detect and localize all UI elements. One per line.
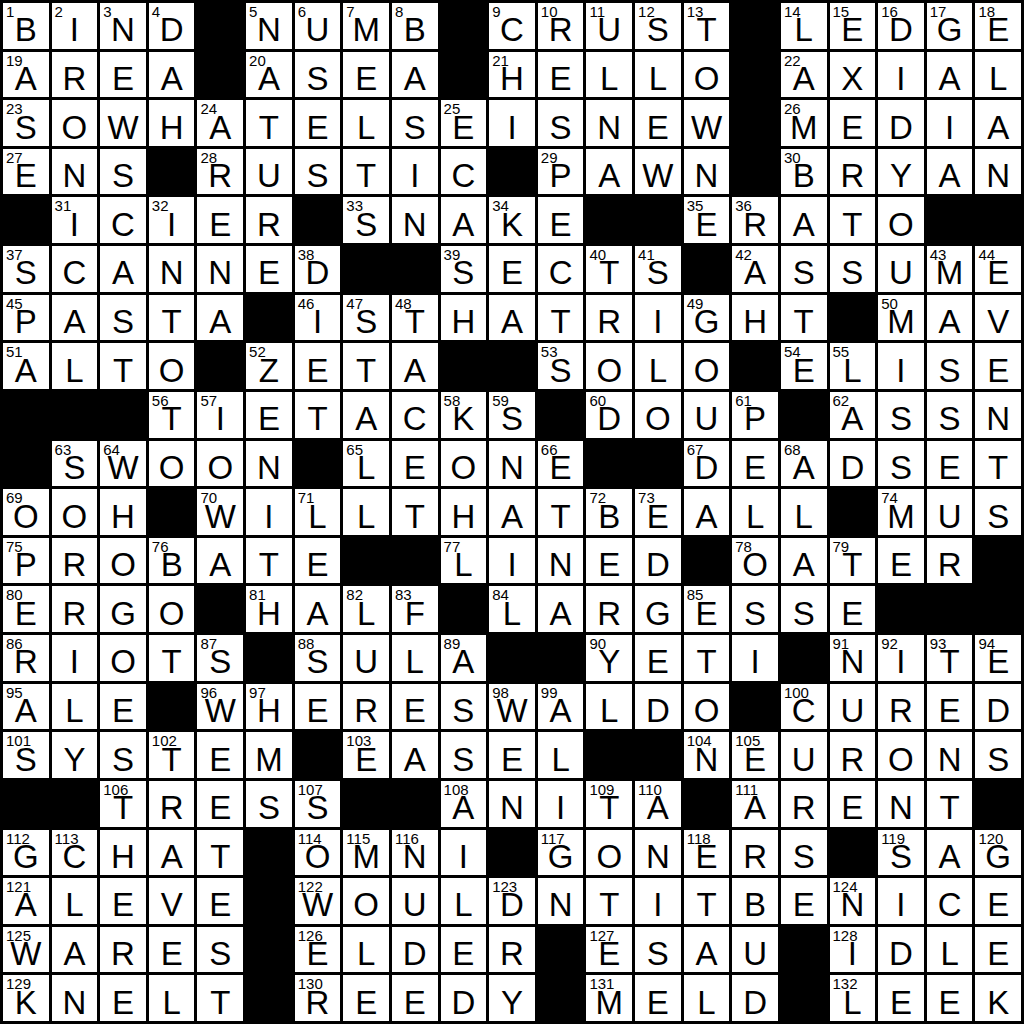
letter-cell[interactable]: L (927, 927, 973, 973)
letter-cell[interactable]: 20A (246, 52, 292, 98)
letter-cell[interactable]: 27E (3, 149, 49, 195)
letter-cell[interactable]: U (684, 392, 730, 438)
letter-cell[interactable]: 24A (197, 100, 243, 146)
letter-cell[interactable]: A (684, 927, 730, 973)
letter-cell[interactable]: A (149, 830, 195, 876)
letter-cell[interactable]: R (830, 732, 876, 778)
letter-cell[interactable]: E (149, 927, 195, 973)
letter-cell[interactable]: 58K (441, 392, 487, 438)
letter-cell[interactable]: 109T (586, 781, 632, 827)
letter-cell[interactable]: T (149, 295, 195, 341)
letter-cell[interactable]: 21H (489, 52, 535, 98)
letter-cell[interactable]: 53S (538, 343, 584, 389)
letter-cell[interactable]: C (441, 149, 487, 195)
letter-cell[interactable]: L (635, 52, 681, 98)
letter-cell[interactable]: I (441, 830, 487, 876)
letter-cell[interactable]: L (684, 975, 730, 1021)
letter-cell[interactable]: 63S (52, 441, 98, 487)
letter-cell[interactable]: 13T (684, 3, 730, 49)
letter-cell[interactable]: V (149, 878, 195, 924)
letter-cell[interactable]: L (149, 975, 195, 1021)
letter-cell[interactable]: G (100, 586, 146, 632)
letter-cell[interactable]: 107S (295, 781, 341, 827)
letter-cell[interactable]: 70W (197, 489, 243, 535)
letter-cell[interactable]: 41S (635, 246, 681, 292)
letter-cell[interactable]: T (538, 489, 584, 535)
letter-cell[interactable]: S (927, 392, 973, 438)
letter-cell[interactable]: A (392, 732, 438, 778)
letter-cell[interactable]: E (878, 975, 924, 1021)
letter-cell[interactable]: R (830, 149, 876, 195)
letter-cell[interactable]: S (295, 52, 341, 98)
letter-cell[interactable]: 99A (538, 684, 584, 730)
letter-cell[interactable]: L (732, 489, 778, 535)
letter-cell[interactable]: C (52, 246, 98, 292)
letter-cell[interactable]: A (684, 489, 730, 535)
letter-cell[interactable]: A (149, 52, 195, 98)
letter-cell[interactable]: 115M (343, 830, 389, 876)
letter-cell[interactable]: A (489, 489, 535, 535)
letter-cell[interactable]: A (586, 149, 632, 195)
letter-cell[interactable]: E (975, 927, 1021, 973)
letter-cell[interactable]: R (878, 684, 924, 730)
letter-cell[interactable]: E (927, 975, 973, 1021)
letter-cell[interactable]: E (246, 392, 292, 438)
letter-cell[interactable]: L (343, 489, 389, 535)
letter-cell[interactable]: H (100, 489, 146, 535)
letter-cell[interactable]: C (100, 197, 146, 243)
letter-cell[interactable]: 29P (538, 149, 584, 195)
letter-cell[interactable]: I (878, 52, 924, 98)
letter-cell[interactable]: S (830, 246, 876, 292)
letter-cell[interactable]: 59S (489, 392, 535, 438)
letter-cell[interactable]: G (635, 586, 681, 632)
letter-cell[interactable]: E (830, 586, 876, 632)
letter-cell[interactable]: N (538, 878, 584, 924)
letter-cell[interactable]: O (684, 52, 730, 98)
letter-cell[interactable]: H (441, 489, 487, 535)
letter-cell[interactable]: N (489, 781, 535, 827)
letter-cell[interactable]: N (927, 732, 973, 778)
letter-cell[interactable]: R (52, 538, 98, 584)
letter-cell[interactable]: 67D (684, 441, 730, 487)
letter-cell[interactable]: L (52, 343, 98, 389)
letter-cell[interactable]: T (830, 197, 876, 243)
letter-cell[interactable]: O (343, 878, 389, 924)
letter-cell[interactable]: 72B (586, 489, 632, 535)
letter-cell[interactable]: L (343, 927, 389, 973)
letter-cell[interactable]: S (878, 441, 924, 487)
letter-cell[interactable]: O (52, 100, 98, 146)
letter-cell[interactable]: 64W (100, 441, 146, 487)
letter-cell[interactable]: T (927, 781, 973, 827)
letter-cell[interactable]: U (392, 878, 438, 924)
letter-cell[interactable]: E (343, 52, 389, 98)
letter-cell[interactable]: A (927, 52, 973, 98)
letter-cell[interactable]: I (489, 538, 535, 584)
letter-cell[interactable]: L (975, 52, 1021, 98)
letter-cell[interactable]: L (586, 52, 632, 98)
letter-cell[interactable]: A (441, 197, 487, 243)
letter-cell[interactable]: T (343, 149, 389, 195)
letter-cell[interactable]: 104N (684, 732, 730, 778)
letter-cell[interactable]: S (538, 100, 584, 146)
letter-cell[interactable]: T (246, 538, 292, 584)
letter-cell[interactable]: L (441, 878, 487, 924)
letter-cell[interactable]: T (100, 343, 146, 389)
letter-cell[interactable]: U (927, 489, 973, 535)
letter-cell[interactable]: 92I (878, 635, 924, 681)
letter-cell[interactable]: 6U (295, 3, 341, 49)
letter-cell[interactable]: A (538, 586, 584, 632)
letter-cell[interactable]: E (975, 878, 1021, 924)
letter-cell[interactable]: 15E (830, 3, 876, 49)
letter-cell[interactable]: T (538, 295, 584, 341)
letter-cell[interactable]: 98W (489, 684, 535, 730)
letter-cell[interactable]: E (100, 975, 146, 1021)
letter-cell[interactable]: 91N (830, 635, 876, 681)
letter-cell[interactable]: U (343, 635, 389, 681)
letter-cell[interactable]: D (732, 975, 778, 1021)
letter-cell[interactable]: 4D (149, 3, 195, 49)
letter-cell[interactable]: H (732, 295, 778, 341)
letter-cell[interactable]: O (586, 343, 632, 389)
letter-cell[interactable]: U (781, 732, 827, 778)
letter-cell[interactable]: D (878, 100, 924, 146)
letter-cell[interactable]: E (295, 684, 341, 730)
letter-cell[interactable]: 3N (100, 3, 146, 49)
letter-cell[interactable]: D (830, 441, 876, 487)
letter-cell[interactable]: E (441, 927, 487, 973)
letter-cell[interactable]: 112G (3, 830, 49, 876)
letter-cell[interactable]: N (149, 246, 195, 292)
letter-cell[interactable]: 11U (586, 3, 632, 49)
letter-cell[interactable]: R (586, 295, 632, 341)
letter-cell[interactable]: 81H (246, 586, 292, 632)
letter-cell[interactable]: 10R (538, 3, 584, 49)
letter-cell[interactable]: L (343, 100, 389, 146)
letter-cell[interactable]: O (149, 441, 195, 487)
letter-cell[interactable]: 110A (635, 781, 681, 827)
letter-cell[interactable]: N (878, 781, 924, 827)
letter-cell[interactable]: E (878, 538, 924, 584)
letter-cell[interactable]: R (52, 52, 98, 98)
letter-cell[interactable]: A (100, 246, 146, 292)
letter-cell[interactable]: 124N (830, 878, 876, 924)
letter-cell[interactable]: D (878, 927, 924, 973)
letter-cell[interactable]: T (246, 100, 292, 146)
letter-cell[interactable]: E (927, 441, 973, 487)
letter-cell[interactable]: 49G (684, 295, 730, 341)
letter-cell[interactable]: 68A (781, 441, 827, 487)
letter-cell[interactable]: A (927, 830, 973, 876)
letter-cell[interactable]: E (927, 684, 973, 730)
letter-cell[interactable]: 33S (343, 197, 389, 243)
letter-cell[interactable]: 17G (927, 3, 973, 49)
letter-cell[interactable]: 18E (975, 3, 1021, 49)
letter-cell[interactable]: 82L (343, 586, 389, 632)
letter-cell[interactable]: A (927, 149, 973, 195)
letter-cell[interactable]: 71L (295, 489, 341, 535)
letter-cell[interactable]: 69O (3, 489, 49, 535)
letter-cell[interactable]: N (52, 975, 98, 1021)
letter-cell[interactable]: 76B (149, 538, 195, 584)
letter-cell[interactable]: O (684, 343, 730, 389)
letter-cell[interactable]: Y (52, 732, 98, 778)
letter-cell[interactable]: E (635, 635, 681, 681)
letter-cell[interactable]: A (392, 343, 438, 389)
letter-cell[interactable]: 31I (52, 197, 98, 243)
letter-cell[interactable]: O (197, 441, 243, 487)
letter-cell[interactable]: T (684, 878, 730, 924)
letter-cell[interactable]: 100C (781, 684, 827, 730)
letter-cell[interactable]: I (52, 635, 98, 681)
letter-cell[interactable]: N (635, 830, 681, 876)
letter-cell[interactable]: 57I (197, 392, 243, 438)
letter-cell[interactable]: 101S (3, 732, 49, 778)
letter-cell[interactable]: 38D (295, 246, 341, 292)
letter-cell[interactable]: N (586, 100, 632, 146)
letter-cell[interactable]: 125W (3, 927, 49, 973)
letter-cell[interactable]: 121A (3, 878, 49, 924)
letter-cell[interactable]: S (392, 100, 438, 146)
letter-cell[interactable]: 23S (3, 100, 49, 146)
letter-cell[interactable]: D (441, 975, 487, 1021)
letter-cell[interactable]: E (197, 878, 243, 924)
letter-cell[interactable]: E (100, 878, 146, 924)
letter-cell[interactable]: A (489, 295, 535, 341)
letter-cell[interactable]: 43M (927, 246, 973, 292)
letter-cell[interactable]: H (149, 100, 195, 146)
letter-cell[interactable]: D (392, 927, 438, 973)
letter-cell[interactable]: I (392, 149, 438, 195)
letter-cell[interactable]: O (149, 343, 195, 389)
letter-cell[interactable]: L (781, 489, 827, 535)
letter-cell[interactable]: 37S (3, 246, 49, 292)
letter-cell[interactable]: 126E (295, 927, 341, 973)
letter-cell[interactable]: E (830, 781, 876, 827)
letter-cell[interactable]: X (830, 52, 876, 98)
letter-cell[interactable]: R (100, 927, 146, 973)
letter-cell[interactable]: T (975, 441, 1021, 487)
letter-cell[interactable]: A (927, 295, 973, 341)
letter-cell[interactable]: 83F (392, 586, 438, 632)
letter-cell[interactable]: T (343, 343, 389, 389)
letter-cell[interactable]: 66E (538, 441, 584, 487)
letter-cell[interactable]: 42A (732, 246, 778, 292)
letter-cell[interactable]: 7M (343, 3, 389, 49)
letter-cell[interactable]: R (732, 830, 778, 876)
letter-cell[interactable]: Y (878, 149, 924, 195)
letter-cell[interactable]: 48T (392, 295, 438, 341)
letter-cell[interactable]: L (586, 684, 632, 730)
letter-cell[interactable]: 114O (295, 830, 341, 876)
letter-cell[interactable]: D (635, 684, 681, 730)
letter-cell[interactable]: 127E (586, 927, 632, 973)
letter-cell[interactable]: S (781, 586, 827, 632)
letter-cell[interactable]: N (246, 441, 292, 487)
letter-cell[interactable]: E (100, 684, 146, 730)
letter-cell[interactable]: 128I (830, 927, 876, 973)
letter-cell[interactable]: E (392, 684, 438, 730)
letter-cell[interactable]: I (878, 343, 924, 389)
letter-cell[interactable]: 35E (684, 197, 730, 243)
letter-cell[interactable]: 44E (975, 246, 1021, 292)
letter-cell[interactable]: I (489, 100, 535, 146)
letter-cell[interactable]: 16D (878, 3, 924, 49)
letter-cell[interactable]: 78O (732, 538, 778, 584)
letter-cell[interactable]: E (538, 52, 584, 98)
letter-cell[interactable]: 55L (830, 343, 876, 389)
letter-cell[interactable]: 14L (781, 3, 827, 49)
letter-cell[interactable]: 51A (3, 343, 49, 389)
letter-cell[interactable]: N (489, 441, 535, 487)
letter-cell[interactable]: N (538, 538, 584, 584)
letter-cell[interactable]: T (781, 295, 827, 341)
letter-cell[interactable]: S (100, 149, 146, 195)
letter-cell[interactable]: 45P (3, 295, 49, 341)
letter-cell[interactable]: 2I (52, 3, 98, 49)
letter-cell[interactable]: 56T (149, 392, 195, 438)
letter-cell[interactable]: 1B (3, 3, 49, 49)
letter-cell[interactable]: 122W (295, 878, 341, 924)
letter-cell[interactable]: S (878, 392, 924, 438)
letter-cell[interactable]: 96W (197, 684, 243, 730)
letter-cell[interactable]: E (343, 975, 389, 1021)
letter-cell[interactable]: E (538, 197, 584, 243)
letter-cell[interactable]: O (149, 586, 195, 632)
letter-cell[interactable]: Y (489, 975, 535, 1021)
letter-cell[interactable]: 94E (975, 635, 1021, 681)
letter-cell[interactable]: 106T (100, 781, 146, 827)
letter-cell[interactable]: C (392, 392, 438, 438)
letter-cell[interactable]: 30B (781, 149, 827, 195)
letter-cell[interactable]: I (635, 878, 681, 924)
letter-cell[interactable]: D (635, 538, 681, 584)
letter-cell[interactable]: S (246, 781, 292, 827)
letter-cell[interactable]: U (830, 684, 876, 730)
letter-cell[interactable]: O (684, 684, 730, 730)
letter-cell[interactable]: H (100, 830, 146, 876)
letter-cell[interactable]: C (538, 246, 584, 292)
letter-cell[interactable]: E (635, 975, 681, 1021)
letter-cell[interactable]: R (52, 586, 98, 632)
letter-cell[interactable]: A (975, 100, 1021, 146)
letter-cell[interactable]: E (295, 343, 341, 389)
letter-cell[interactable]: S (732, 586, 778, 632)
letter-cell[interactable]: S (781, 830, 827, 876)
letter-cell[interactable]: 129K (3, 975, 49, 1021)
letter-cell[interactable]: S (100, 732, 146, 778)
letter-cell[interactable]: N (52, 149, 98, 195)
letter-cell[interactable]: 65L (343, 441, 389, 487)
letter-cell[interactable]: 26M (781, 100, 827, 146)
letter-cell[interactable]: 39S (441, 246, 487, 292)
letter-cell[interactable]: 40T (586, 246, 632, 292)
letter-cell[interactable]: E (489, 732, 535, 778)
letter-cell[interactable]: O (878, 732, 924, 778)
letter-cell[interactable]: 54E (781, 343, 827, 389)
letter-cell[interactable]: A (52, 927, 98, 973)
letter-cell[interactable]: 102T (149, 732, 195, 778)
letter-cell[interactable]: S (197, 927, 243, 973)
letter-cell[interactable]: 87S (197, 635, 243, 681)
letter-cell[interactable]: R (149, 781, 195, 827)
letter-cell[interactable]: I (878, 878, 924, 924)
letter-cell[interactable]: 25E (441, 100, 487, 146)
letter-cell[interactable]: T (295, 392, 341, 438)
letter-cell[interactable]: 89A (441, 635, 487, 681)
letter-cell[interactable]: E (197, 732, 243, 778)
letter-cell[interactable]: I (927, 100, 973, 146)
letter-cell[interactable]: L (538, 732, 584, 778)
letter-cell[interactable]: 85E (684, 586, 730, 632)
letter-cell[interactable]: E (830, 100, 876, 146)
letter-cell[interactable]: S (635, 927, 681, 973)
letter-cell[interactable]: 8B (392, 3, 438, 49)
letter-cell[interactable]: E (197, 781, 243, 827)
letter-cell[interactable]: 123D (489, 878, 535, 924)
letter-cell[interactable]: W (100, 100, 146, 146)
letter-cell[interactable]: 105E (732, 732, 778, 778)
letter-cell[interactable]: 61P (732, 392, 778, 438)
letter-cell[interactable]: 73E (635, 489, 681, 535)
letter-cell[interactable]: S (295, 149, 341, 195)
letter-cell[interactable]: U (732, 927, 778, 973)
letter-cell[interactable]: 103E (343, 732, 389, 778)
letter-cell[interactable]: 116N (392, 830, 438, 876)
letter-cell[interactable]: L (635, 343, 681, 389)
letter-cell[interactable]: O (586, 830, 632, 876)
letter-cell[interactable]: E (586, 538, 632, 584)
letter-cell[interactable]: E (100, 52, 146, 98)
letter-cell[interactable]: U (878, 246, 924, 292)
letter-cell[interactable]: 86R (3, 635, 49, 681)
letter-cell[interactable]: V (975, 295, 1021, 341)
letter-cell[interactable]: T (149, 635, 195, 681)
letter-cell[interactable]: S (975, 489, 1021, 535)
letter-cell[interactable]: K (975, 975, 1021, 1021)
letter-cell[interactable]: 77L (441, 538, 487, 584)
letter-cell[interactable]: 46I (295, 295, 341, 341)
letter-cell[interactable]: 80E (3, 586, 49, 632)
letter-cell[interactable]: S (441, 684, 487, 730)
letter-cell[interactable]: N (975, 392, 1021, 438)
letter-cell[interactable]: 5N (246, 3, 292, 49)
letter-cell[interactable]: T (392, 489, 438, 535)
letter-cell[interactable]: S (441, 732, 487, 778)
letter-cell[interactable]: L (52, 878, 98, 924)
letter-cell[interactable]: 84L (489, 586, 535, 632)
letter-cell[interactable]: 62A (830, 392, 876, 438)
letter-cell[interactable]: 60D (586, 392, 632, 438)
letter-cell[interactable]: E (295, 100, 341, 146)
letter-cell[interactable]: T (197, 830, 243, 876)
letter-cell[interactable]: R (343, 684, 389, 730)
letter-cell[interactable]: N (684, 149, 730, 195)
letter-cell[interactable]: E (246, 246, 292, 292)
letter-cell[interactable]: O (878, 197, 924, 243)
letter-cell[interactable]: 12S (635, 3, 681, 49)
letter-cell[interactable]: A (343, 392, 389, 438)
letter-cell[interactable]: 47S (343, 295, 389, 341)
letter-cell[interactable]: A (197, 538, 243, 584)
letter-cell[interactable]: O (635, 392, 681, 438)
letter-cell[interactable]: 74M (878, 489, 924, 535)
letter-cell[interactable]: A (197, 295, 243, 341)
letter-cell[interactable]: 93T (927, 635, 973, 681)
letter-cell[interactable]: E (295, 538, 341, 584)
